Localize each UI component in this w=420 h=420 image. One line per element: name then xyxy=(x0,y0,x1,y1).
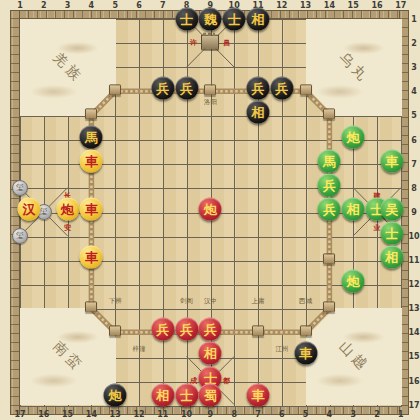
coordinate-label-top: 15 xyxy=(348,1,359,10)
piece-wei-兵[interactable]: 兵 xyxy=(270,77,293,100)
gate-icon xyxy=(300,85,312,96)
piece-wu-炮[interactable]: 炮 xyxy=(342,125,365,148)
city-label: 许 xyxy=(190,38,197,48)
gate-icon xyxy=(204,85,216,96)
coordinate-label-right: 1 xyxy=(411,15,417,24)
coordinate-label-bottom: 7 xyxy=(255,410,261,419)
city-label: 汉中 xyxy=(204,297,217,306)
region-label: 乌丸 xyxy=(335,48,373,86)
piece-wei-馬[interactable]: 馬 xyxy=(80,125,103,148)
piece-shu-相[interactable]: 相 xyxy=(199,342,222,365)
region-qiang: 羌族 xyxy=(20,19,116,116)
coordinate-label-right: 12 xyxy=(408,280,419,289)
piece-han-車[interactable]: 車 xyxy=(80,197,103,220)
region-label: 山越 xyxy=(335,337,373,375)
seal-token: 玺 xyxy=(12,180,28,196)
piece-shu-蜀[interactable]: 蜀 xyxy=(199,383,222,406)
coordinate-label-right: 3 xyxy=(411,63,417,72)
coordinate-label-top: 1 xyxy=(17,1,23,10)
city-label: 下辨 xyxy=(109,297,122,306)
coordinate-label-bottom: 9 xyxy=(208,410,214,419)
piece-wei-相[interactable]: 相 xyxy=(247,101,270,124)
coordinate-label-top: 12 xyxy=(276,1,287,10)
coordinate-label-right: 13 xyxy=(408,304,419,313)
piece-wu-兵[interactable]: 兵 xyxy=(318,197,341,220)
city-label: 洛阳 xyxy=(204,98,217,107)
piece-wei-相[interactable]: 相 xyxy=(247,8,270,31)
coordinate-label-bottom: 17 xyxy=(14,410,25,419)
coordinate-label-top: 13 xyxy=(300,1,311,10)
coordinate-label-right: 2 xyxy=(411,39,417,48)
coordinate-label-bottom: 8 xyxy=(231,410,237,419)
coordinate-label-top: 6 xyxy=(136,1,142,10)
coordinate-label-right: 16 xyxy=(408,376,419,385)
region-label: 羌族 xyxy=(49,48,87,86)
coordinate-label-bottom: 3 xyxy=(350,410,356,419)
city-label: 上庸 xyxy=(252,297,265,306)
coordinate-label-top: 3 xyxy=(65,1,71,10)
coordinate-label-right: 14 xyxy=(408,328,419,337)
coordinate-label-bottom: 11 xyxy=(157,410,168,419)
coordinate-label-right: 9 xyxy=(411,207,417,216)
city-label: 江州 xyxy=(275,345,288,354)
coordinate-label-top: 14 xyxy=(324,1,335,10)
piece-wei-車[interactable]: 車 xyxy=(294,342,317,365)
coordinate-label-right: 10 xyxy=(408,231,419,240)
gate-icon xyxy=(85,109,97,120)
piece-shu-士[interactable]: 士 xyxy=(175,383,198,406)
piece-wei-炮[interactable]: 炮 xyxy=(104,383,127,406)
piece-wu-士[interactable]: 士 xyxy=(380,221,403,244)
coordinate-label-top: 2 xyxy=(41,1,47,10)
region-label: 南蛮 xyxy=(49,337,87,375)
gate-icon xyxy=(252,326,264,337)
coordinate-label-top: 7 xyxy=(160,1,166,10)
piece-shu-兵[interactable]: 兵 xyxy=(175,318,198,341)
coordinate-label-top: 5 xyxy=(112,1,118,10)
piece-shu-相[interactable]: 相 xyxy=(151,383,174,406)
piece-wu-炮[interactable]: 炮 xyxy=(342,270,365,293)
coordinate-label-bottom: 15 xyxy=(62,410,73,419)
city-label: 西城 xyxy=(299,297,312,306)
coordinate-label-bottom: 6 xyxy=(279,410,285,419)
coordinate-label-right: 7 xyxy=(411,159,417,168)
gate-icon xyxy=(323,302,335,313)
coordinate-label-bottom: 16 xyxy=(38,410,49,419)
piece-wu-兵[interactable]: 兵 xyxy=(318,173,341,196)
coordinate-label-top: 16 xyxy=(371,1,382,10)
piece-wei-兵[interactable]: 兵 xyxy=(175,77,198,100)
gate-icon xyxy=(323,253,335,264)
piece-han-車[interactable]: 車 xyxy=(80,149,103,172)
seal-token: 玺 xyxy=(12,228,28,244)
coordinate-label-right: 6 xyxy=(411,135,417,144)
piece-wei-士[interactable]: 士 xyxy=(175,8,198,31)
coordinate-label-bottom: 1 xyxy=(398,410,404,419)
coordinate-label-right: 4 xyxy=(411,87,417,96)
city-label: 都 xyxy=(223,376,230,386)
coordinate-label-bottom: 10 xyxy=(181,410,192,419)
coordinate-label-right: 11 xyxy=(408,256,419,265)
piece-wei-兵[interactable]: 兵 xyxy=(247,77,270,100)
piece-wu-吴[interactable]: 吴 xyxy=(380,197,403,220)
city-label: 剑阁 xyxy=(180,297,193,306)
coordinate-label-top: 17 xyxy=(395,1,406,10)
piece-wei-士[interactable]: 士 xyxy=(223,8,246,31)
castle-icon xyxy=(201,35,219,50)
coordinate-label-right: 5 xyxy=(411,111,417,120)
gate-icon xyxy=(323,109,335,120)
gate-icon xyxy=(109,326,121,337)
piece-wei-魏[interactable]: 魏 xyxy=(199,8,222,31)
coordinate-label-bottom: 14 xyxy=(86,410,97,419)
coordinate-label-bottom: 13 xyxy=(110,410,121,419)
coordinate-label-bottom: 5 xyxy=(303,410,309,419)
coordinate-label-bottom: 12 xyxy=(133,410,144,419)
coordinate-label-right: 8 xyxy=(411,183,417,192)
city-label: 梓潼 xyxy=(133,345,146,354)
piece-wei-兵[interactable]: 兵 xyxy=(151,77,174,100)
piece-shu-炮[interactable]: 炮 xyxy=(199,197,222,220)
piece-han-炮[interactable]: 炮 xyxy=(56,197,79,220)
piece-han-汉[interactable]: 汉 xyxy=(18,197,41,220)
piece-wu-相[interactable]: 相 xyxy=(342,197,365,220)
piece-shu-車[interactable]: 車 xyxy=(247,383,270,406)
coordinate-label-right: 17 xyxy=(408,400,419,409)
piece-han-車[interactable]: 車 xyxy=(80,246,103,269)
coordinate-label-bottom: 2 xyxy=(374,410,380,419)
city-label: 安 xyxy=(64,223,71,233)
piece-shu-兵[interactable]: 兵 xyxy=(151,318,174,341)
piece-wu-車[interactable]: 車 xyxy=(380,149,403,172)
piece-wu-馬[interactable]: 馬 xyxy=(318,149,341,172)
coordinate-label-bottom: 4 xyxy=(327,410,333,419)
gate-icon xyxy=(300,326,312,337)
board-stage: 羌族 乌丸 南蛮 山越 1234567891011121314151617123… xyxy=(0,0,420,420)
piece-wu-相[interactable]: 相 xyxy=(380,246,403,269)
gate-icon xyxy=(85,302,97,313)
gate-icon xyxy=(109,85,121,96)
coordinate-label-right: 15 xyxy=(408,352,419,361)
piece-shu-兵[interactable]: 兵 xyxy=(199,318,222,341)
city-label: 昌 xyxy=(223,38,230,48)
coordinate-label-top: 4 xyxy=(89,1,95,10)
